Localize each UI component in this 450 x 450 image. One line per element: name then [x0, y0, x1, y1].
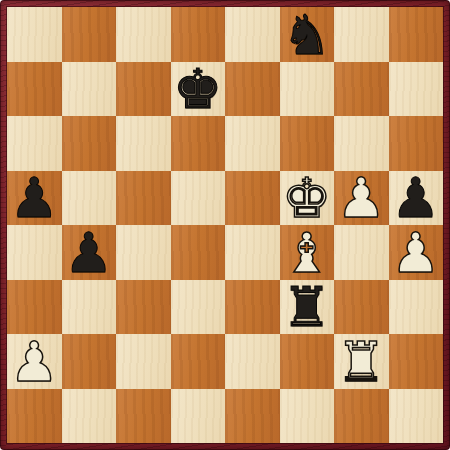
- board-frame: ♞♚♟♚♟♟♟♝♟♜♟♜: [0, 0, 450, 450]
- square-f4[interactable]: ♝: [280, 225, 335, 280]
- chess-board: ♞♚♟♚♟♟♟♝♟♜♟♜: [7, 7, 443, 443]
- square-h5[interactable]: ♟: [389, 171, 444, 226]
- square-f5[interactable]: ♚: [280, 171, 335, 226]
- square-h2[interactable]: [389, 334, 444, 389]
- square-a4[interactable]: [7, 225, 62, 280]
- white-king[interactable]: ♚: [282, 171, 331, 225]
- black-pawn[interactable]: ♟: [64, 226, 113, 280]
- square-h1[interactable]: [389, 389, 444, 444]
- square-g7[interactable]: [334, 62, 389, 117]
- square-c6[interactable]: [116, 116, 171, 171]
- square-a7[interactable]: [7, 62, 62, 117]
- white-pawn[interactable]: ♟: [10, 335, 59, 389]
- square-d8[interactable]: [171, 7, 226, 62]
- square-b3[interactable]: [62, 280, 117, 335]
- square-a8[interactable]: [7, 7, 62, 62]
- square-c8[interactable]: [116, 7, 171, 62]
- square-a2[interactable]: ♟: [7, 334, 62, 389]
- black-pawn[interactable]: ♟: [391, 171, 440, 225]
- square-g3[interactable]: [334, 280, 389, 335]
- square-h3[interactable]: [389, 280, 444, 335]
- square-d2[interactable]: [171, 334, 226, 389]
- square-f8[interactable]: ♞: [280, 7, 335, 62]
- square-d4[interactable]: [171, 225, 226, 280]
- square-g1[interactable]: [334, 389, 389, 444]
- square-e3[interactable]: [225, 280, 280, 335]
- square-d6[interactable]: [171, 116, 226, 171]
- square-g8[interactable]: [334, 7, 389, 62]
- square-d3[interactable]: [171, 280, 226, 335]
- square-b6[interactable]: [62, 116, 117, 171]
- square-a1[interactable]: [7, 389, 62, 444]
- square-b7[interactable]: [62, 62, 117, 117]
- square-g4[interactable]: [334, 225, 389, 280]
- square-d5[interactable]: [171, 171, 226, 226]
- square-b4[interactable]: ♟: [62, 225, 117, 280]
- square-h8[interactable]: [389, 7, 444, 62]
- square-c5[interactable]: [116, 171, 171, 226]
- square-f2[interactable]: [280, 334, 335, 389]
- square-c3[interactable]: [116, 280, 171, 335]
- square-a5[interactable]: ♟: [7, 171, 62, 226]
- square-e4[interactable]: [225, 225, 280, 280]
- square-f3[interactable]: ♜: [280, 280, 335, 335]
- square-g6[interactable]: [334, 116, 389, 171]
- square-f6[interactable]: [280, 116, 335, 171]
- square-e7[interactable]: [225, 62, 280, 117]
- square-a3[interactable]: [7, 280, 62, 335]
- square-b2[interactable]: [62, 334, 117, 389]
- white-pawn[interactable]: ♟: [391, 226, 440, 280]
- square-c1[interactable]: [116, 389, 171, 444]
- square-d1[interactable]: [171, 389, 226, 444]
- black-pawn[interactable]: ♟: [10, 171, 59, 225]
- square-a6[interactable]: [7, 116, 62, 171]
- white-rook[interactable]: ♜: [337, 335, 386, 389]
- white-pawn[interactable]: ♟: [337, 171, 386, 225]
- square-f7[interactable]: [280, 62, 335, 117]
- white-bishop[interactable]: ♝: [282, 226, 331, 280]
- square-e6[interactable]: [225, 116, 280, 171]
- black-rook[interactable]: ♜: [282, 280, 331, 334]
- square-e8[interactable]: [225, 7, 280, 62]
- square-g2[interactable]: ♜: [334, 334, 389, 389]
- black-king[interactable]: ♚: [173, 62, 222, 116]
- square-b1[interactable]: [62, 389, 117, 444]
- black-knight[interactable]: ♞: [282, 8, 331, 62]
- square-e5[interactable]: [225, 171, 280, 226]
- square-h6[interactable]: [389, 116, 444, 171]
- square-b8[interactable]: [62, 7, 117, 62]
- square-g5[interactable]: ♟: [334, 171, 389, 226]
- square-c2[interactable]: [116, 334, 171, 389]
- square-e2[interactable]: [225, 334, 280, 389]
- square-f1[interactable]: [280, 389, 335, 444]
- square-h4[interactable]: ♟: [389, 225, 444, 280]
- square-b5[interactable]: [62, 171, 117, 226]
- square-h7[interactable]: [389, 62, 444, 117]
- square-e1[interactable]: [225, 389, 280, 444]
- square-c7[interactable]: [116, 62, 171, 117]
- square-d7[interactable]: ♚: [171, 62, 226, 117]
- square-c4[interactable]: [116, 225, 171, 280]
